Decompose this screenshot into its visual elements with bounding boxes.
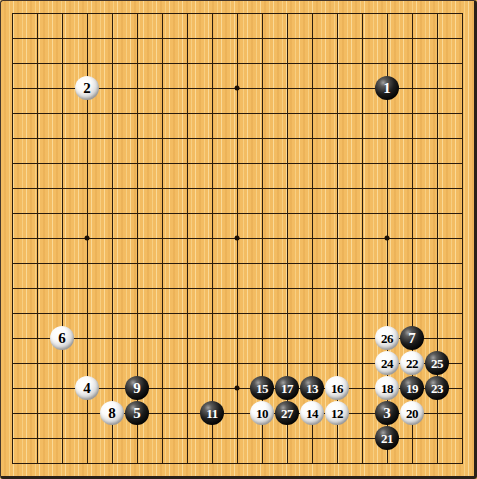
move-number: 3: [383, 406, 391, 421]
move-number: 7: [408, 331, 416, 346]
hoshi-point: [385, 236, 390, 241]
stone-black-25[interactable]: 25: [425, 351, 449, 375]
stone-white-16[interactable]: 16: [325, 376, 349, 400]
move-number: 16: [331, 382, 343, 395]
move-number: 4: [83, 381, 91, 396]
stone-black-9[interactable]: 9: [125, 376, 149, 400]
move-number: 1: [383, 81, 391, 96]
stone-white-18[interactable]: 18: [375, 376, 399, 400]
move-number: 15: [256, 382, 268, 395]
stone-white-10[interactable]: 10: [250, 401, 274, 425]
stone-white-6[interactable]: 6: [50, 326, 74, 350]
stone-white-22[interactable]: 22: [400, 351, 424, 375]
stone-black-3[interactable]: 3: [375, 401, 399, 425]
hoshi-point: [235, 386, 240, 391]
move-number: 19: [406, 382, 418, 395]
stone-black-13[interactable]: 13: [300, 376, 324, 400]
hoshi-point: [85, 236, 90, 241]
move-number: 2: [83, 81, 91, 96]
stone-white-4[interactable]: 4: [75, 376, 99, 400]
move-number: 25: [431, 357, 443, 370]
move-number: 21: [381, 432, 393, 445]
stone-black-1[interactable]: 1: [375, 76, 399, 100]
move-number: 22: [406, 357, 418, 370]
move-number: 23: [431, 382, 443, 395]
hoshi-point: [235, 236, 240, 241]
move-number: 9: [133, 381, 141, 396]
stone-black-19[interactable]: 19: [400, 376, 424, 400]
stone-black-7[interactable]: 7: [400, 326, 424, 350]
move-number: 24: [381, 357, 393, 370]
move-number: 27: [281, 407, 293, 420]
stone-white-8[interactable]: 8: [100, 401, 124, 425]
stone-white-12[interactable]: 12: [325, 401, 349, 425]
move-number: 10: [256, 407, 268, 420]
move-number: 8: [108, 406, 116, 421]
stone-white-2[interactable]: 2: [75, 76, 99, 100]
move-number: 13: [306, 382, 318, 395]
stone-white-20[interactable]: 20: [400, 401, 424, 425]
stone-black-21[interactable]: 21: [375, 426, 399, 450]
grid-lines: 1234567891011121314151617181920212223242…: [12, 13, 463, 464]
stone-black-17[interactable]: 17: [275, 376, 299, 400]
stone-black-5[interactable]: 5: [125, 401, 149, 425]
stone-white-24[interactable]: 24: [375, 351, 399, 375]
stone-black-23[interactable]: 23: [425, 376, 449, 400]
stone-black-27[interactable]: 27: [275, 401, 299, 425]
move-number: 17: [281, 382, 293, 395]
move-number: 5: [133, 406, 141, 421]
stone-black-11[interactable]: 11: [200, 401, 224, 425]
stone-white-14[interactable]: 14: [300, 401, 324, 425]
move-number: 6: [58, 331, 66, 346]
move-number: 14: [306, 407, 318, 420]
move-number: 11: [206, 407, 217, 420]
move-number: 18: [381, 382, 393, 395]
move-number: 12: [331, 407, 343, 420]
move-number: 20: [406, 407, 418, 420]
move-number: 26: [381, 332, 393, 345]
go-board[interactable]: 1234567891011121314151617181920212223242…: [0, 0, 477, 479]
stone-black-15[interactable]: 15: [250, 376, 274, 400]
stone-white-26[interactable]: 26: [375, 326, 399, 350]
hoshi-point: [235, 86, 240, 91]
go-kifu-screenshot: 1234567891011121314151617181920212223242…: [0, 0, 477, 479]
